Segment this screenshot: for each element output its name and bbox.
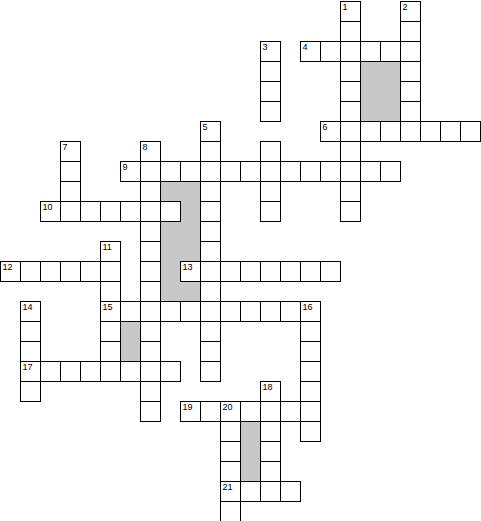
grid-cell[interactable] [60, 181, 81, 202]
grid-cell[interactable] [200, 141, 221, 162]
grid-cell[interactable]: 6 [320, 121, 341, 142]
grid-cell[interactable] [400, 101, 421, 122]
grid-cell[interactable]: 1 [340, 1, 361, 22]
grid-cell[interactable] [260, 181, 281, 202]
cell-number: 21 [223, 482, 233, 492]
grid-cell[interactable] [220, 501, 241, 521]
grid-cell[interactable]: 16 [300, 301, 321, 322]
grid-cell[interactable] [160, 301, 181, 322]
grid-cell[interactable] [360, 161, 381, 182]
shaded-region-cell [180, 221, 201, 242]
cell-number: 14 [23, 302, 33, 312]
grid-cell[interactable] [140, 321, 161, 342]
grid-cell[interactable] [200, 181, 221, 202]
grid-cell[interactable] [20, 321, 41, 342]
grid-cell[interactable] [80, 261, 101, 282]
grid-cell[interactable] [140, 221, 161, 242]
cell-number: 19 [183, 402, 193, 412]
grid-cell[interactable] [100, 201, 121, 222]
grid-cell[interactable]: 13 [180, 261, 201, 282]
grid-cell[interactable] [160, 361, 181, 382]
grid-cell[interactable] [240, 481, 261, 502]
shaded-region-cell [380, 101, 401, 122]
cell-number: 12 [3, 262, 13, 272]
grid-cell[interactable] [220, 301, 241, 322]
grid-cell[interactable] [200, 221, 221, 242]
shaded-region-cell [120, 321, 141, 342]
grid-cell[interactable]: 19 [180, 401, 201, 422]
grid-cell[interactable] [320, 41, 341, 62]
shaded-region-cell [360, 101, 381, 122]
shaded-region-cell [360, 61, 381, 82]
grid-cell[interactable] [300, 401, 321, 422]
grid-cell[interactable] [380, 161, 401, 182]
grid-cell[interactable] [280, 401, 301, 422]
grid-cell[interactable] [260, 161, 281, 182]
shaded-region-cell [120, 341, 141, 362]
grid-cell[interactable] [260, 441, 281, 462]
grid-cell[interactable] [200, 261, 221, 282]
shaded-region-cell [240, 461, 261, 482]
shaded-region-cell [160, 241, 181, 262]
grid-cell[interactable] [180, 301, 201, 322]
grid-cell[interactable] [300, 321, 321, 342]
cell-number: 17 [23, 362, 33, 372]
cell-number: 6 [323, 122, 328, 132]
grid-cell[interactable] [120, 361, 141, 382]
cell-number: 18 [263, 382, 273, 392]
grid-cell[interactable]: 5 [200, 121, 221, 142]
grid-cell[interactable] [220, 441, 241, 462]
cell-number: 9 [123, 162, 128, 172]
grid-cell[interactable]: 15 [100, 301, 121, 322]
grid-cell[interactable]: 3 [260, 41, 281, 62]
grid-cell[interactable] [340, 141, 361, 162]
grid-cell[interactable] [140, 341, 161, 362]
grid-cell[interactable] [300, 261, 321, 282]
grid-cell[interactable] [360, 121, 381, 142]
grid-cell[interactable] [100, 341, 121, 362]
grid-cell[interactable] [60, 161, 81, 182]
grid-cell[interactable] [80, 201, 101, 222]
grid-cell[interactable] [40, 361, 61, 382]
grid-cell[interactable] [140, 361, 161, 382]
grid-cell[interactable] [340, 81, 361, 102]
shaded-region-cell [380, 81, 401, 102]
grid-cell[interactable] [140, 381, 161, 402]
grid-cell[interactable] [260, 421, 281, 442]
grid-cell[interactable] [140, 181, 161, 202]
shaded-region-cell [180, 281, 201, 302]
grid-cell[interactable] [240, 161, 261, 182]
grid-cell[interactable] [400, 81, 421, 102]
grid-cell[interactable] [160, 201, 181, 222]
grid-cell[interactable] [200, 341, 221, 362]
grid-cell[interactable] [240, 261, 261, 282]
grid-cell[interactable] [280, 481, 301, 502]
grid-cell[interactable] [280, 261, 301, 282]
grid-cell[interactable] [140, 301, 161, 322]
grid-cell[interactable] [280, 161, 301, 182]
grid-cell[interactable] [260, 301, 281, 322]
cell-number: 1 [343, 2, 348, 12]
grid-cell[interactable] [300, 341, 321, 362]
shaded-region-cell [180, 181, 201, 202]
grid-cell[interactable] [260, 101, 281, 122]
shaded-region-cell [180, 201, 201, 222]
grid-cell[interactable] [260, 461, 281, 482]
grid-cell[interactable] [100, 361, 121, 382]
grid-cell[interactable] [220, 421, 241, 442]
grid-cell[interactable]: 9 [120, 161, 141, 182]
grid-cell[interactable]: 2 [400, 1, 421, 22]
grid-cell[interactable]: 20 [220, 401, 241, 422]
grid-cell[interactable] [20, 261, 41, 282]
grid-cell[interactable] [320, 261, 341, 282]
grid-cell[interactable]: 4 [300, 41, 321, 62]
grid-cell[interactable] [300, 421, 321, 442]
grid-cell[interactable] [120, 301, 141, 322]
grid-cell[interactable] [200, 321, 221, 342]
shaded-region-cell [160, 281, 181, 302]
shaded-region-cell [240, 421, 261, 442]
grid-cell[interactable] [200, 301, 221, 322]
grid-cell[interactable]: 18 [260, 381, 281, 402]
grid-cell[interactable] [400, 21, 421, 42]
grid-cell[interactable] [340, 101, 361, 122]
grid-cell[interactable] [200, 361, 221, 382]
grid-cell[interactable] [260, 81, 281, 102]
grid-cell[interactable] [160, 161, 181, 182]
shaded-region-cell [380, 61, 401, 82]
grid-cell[interactable] [140, 201, 161, 222]
cell-number: 7 [63, 142, 68, 152]
grid-cell[interactable] [400, 121, 421, 142]
grid-cell[interactable] [20, 341, 41, 362]
grid-cell[interactable] [440, 121, 461, 142]
grid-cell[interactable] [80, 361, 101, 382]
grid-cell[interactable] [140, 261, 161, 282]
shaded-region-cell [360, 81, 381, 102]
grid-cell[interactable]: 11 [100, 241, 121, 262]
grid-cell[interactable] [60, 201, 81, 222]
grid-cell[interactable] [340, 21, 361, 42]
cell-number: 11 [103, 242, 112, 252]
grid-cell[interactable] [340, 161, 361, 182]
cell-number: 15 [103, 302, 113, 312]
grid-cell[interactable] [140, 161, 161, 182]
grid-cell[interactable] [60, 261, 81, 282]
cell-number: 20 [223, 402, 233, 412]
grid-cell[interactable] [40, 261, 61, 282]
grid-cell[interactable] [300, 161, 321, 182]
grid-cell[interactable]: 7 [60, 141, 81, 162]
grid-cell[interactable] [140, 281, 161, 302]
grid-cell[interactable] [340, 181, 361, 202]
grid-cell[interactable] [60, 361, 81, 382]
grid-cell[interactable] [140, 241, 161, 262]
grid-cell[interactable] [200, 201, 221, 222]
grid-cell[interactable]: 17 [20, 361, 41, 382]
grid-cell[interactable] [300, 381, 321, 402]
grid-cell[interactable] [200, 161, 221, 182]
grid-cell[interactable] [340, 121, 361, 142]
grid-cell[interactable] [200, 241, 221, 262]
crossword-grid: 123456789101112131415161718192021 [0, 0, 481, 521]
grid-cell[interactable] [200, 401, 221, 422]
grid-cell[interactable] [220, 461, 241, 482]
cell-number: 8 [143, 142, 148, 152]
grid-cell[interactable] [120, 201, 141, 222]
grid-cell[interactable]: 14 [20, 301, 41, 322]
grid-cell[interactable]: 12 [0, 261, 21, 282]
grid-cell[interactable] [260, 141, 281, 162]
grid-cell[interactable] [260, 201, 281, 222]
grid-cell[interactable] [200, 281, 221, 302]
shaded-region-cell [160, 261, 181, 282]
cell-number: 13 [183, 262, 193, 272]
grid-cell[interactable] [320, 161, 341, 182]
grid-cell[interactable]: 10 [40, 201, 61, 222]
grid-cell[interactable] [220, 161, 241, 182]
grid-cell[interactable] [240, 401, 261, 422]
grid-cell[interactable] [400, 61, 421, 82]
grid-cell[interactable] [420, 121, 441, 142]
grid-cell[interactable] [180, 161, 201, 182]
grid-cell[interactable] [380, 41, 401, 62]
grid-cell[interactable] [340, 61, 361, 82]
grid-cell[interactable] [260, 61, 281, 82]
grid-cell[interactable]: 8 [140, 141, 161, 162]
grid-cell[interactable] [280, 301, 301, 322]
cell-number: 3 [263, 42, 268, 52]
grid-cell[interactable] [300, 361, 321, 382]
grid-cell[interactable]: 21 [220, 481, 241, 502]
grid-cell[interactable] [100, 321, 121, 342]
grid-cell[interactable] [260, 261, 281, 282]
grid-cell[interactable] [360, 41, 381, 62]
cell-number: 16 [303, 302, 313, 312]
grid-cell[interactable] [260, 401, 281, 422]
grid-cell[interactable] [100, 281, 121, 302]
grid-cell[interactable] [460, 121, 481, 142]
cell-number: 4 [303, 42, 308, 52]
shaded-region-cell [240, 441, 261, 462]
shaded-region-cell [160, 181, 181, 202]
shaded-region-cell [180, 241, 201, 262]
grid-cell[interactable] [380, 121, 401, 142]
shaded-region-cell [160, 221, 181, 242]
grid-cell[interactable] [20, 381, 41, 402]
grid-cell[interactable] [240, 301, 261, 322]
cell-number: 10 [43, 202, 53, 212]
grid-cell[interactable] [220, 261, 241, 282]
grid-cell[interactable] [260, 481, 281, 502]
grid-cell[interactable] [140, 401, 161, 422]
cell-number: 5 [203, 122, 208, 132]
grid-cell[interactable] [100, 261, 121, 282]
grid-cell[interactable] [340, 41, 361, 62]
grid-cell[interactable] [340, 201, 361, 222]
grid-cell[interactable] [400, 41, 421, 62]
cell-number: 2 [403, 2, 408, 12]
